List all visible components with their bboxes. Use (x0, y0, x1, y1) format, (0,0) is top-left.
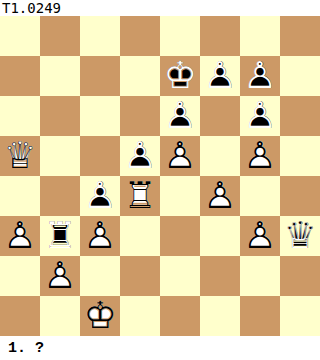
square-e4[interactable] (160, 176, 200, 216)
square-h6[interactable] (280, 96, 320, 136)
square-b7[interactable] (40, 56, 80, 96)
black-rook: ♖ (40, 216, 80, 256)
square-e3[interactable] (160, 216, 200, 256)
square-d1[interactable] (120, 296, 160, 336)
square-a4[interactable] (0, 176, 40, 216)
white-pawn: ♙ (40, 256, 80, 296)
square-f5[interactable] (200, 136, 240, 176)
square-f7[interactable]: ♟♙ (200, 56, 240, 96)
square-g8[interactable] (240, 16, 280, 56)
square-g6[interactable]: ♟♙ (240, 96, 280, 136)
square-a2[interactable] (0, 256, 40, 296)
square-b3[interactable]: ♜♖ (40, 216, 80, 256)
square-e5[interactable]: ♟♙ (160, 136, 200, 176)
white-pawn: ♙ (160, 136, 200, 176)
square-h8[interactable] (280, 16, 320, 56)
square-d3[interactable] (120, 216, 160, 256)
white-pawn: ♙ (240, 216, 280, 256)
black-pawn: ♙ (120, 136, 160, 176)
square-h7[interactable] (280, 56, 320, 96)
square-c5[interactable] (80, 136, 120, 176)
square-g1[interactable] (240, 296, 280, 336)
square-d7[interactable] (120, 56, 160, 96)
square-h2[interactable] (280, 256, 320, 296)
square-a8[interactable] (0, 16, 40, 56)
white-pawn: ♙ (240, 136, 280, 176)
square-g7[interactable]: ♟♙ (240, 56, 280, 96)
square-d8[interactable] (120, 16, 160, 56)
white-pawn: ♙ (200, 176, 240, 216)
black-pawn: ♙ (240, 96, 280, 136)
square-f8[interactable] (200, 16, 240, 56)
square-b5[interactable] (40, 136, 80, 176)
square-a7[interactable] (0, 56, 40, 96)
black-queen: ♕ (280, 216, 320, 256)
square-b8[interactable] (40, 16, 80, 56)
square-f3[interactable] (200, 216, 240, 256)
black-pawn: ♙ (160, 96, 200, 136)
square-b1[interactable] (40, 296, 80, 336)
square-e7[interactable]: ♚♔ (160, 56, 200, 96)
square-c2[interactable] (80, 256, 120, 296)
white-queen: ♕ (0, 136, 40, 176)
status-bar: 1. ? (0, 336, 320, 360)
square-a6[interactable] (0, 96, 40, 136)
black-pawn: ♙ (240, 56, 280, 96)
diagram-title-bar: T1.0249 (0, 0, 320, 16)
square-b6[interactable] (40, 96, 80, 136)
square-b2[interactable]: ♟♙ (40, 256, 80, 296)
square-h4[interactable] (280, 176, 320, 216)
square-a1[interactable] (0, 296, 40, 336)
chess-diagram-page: T1.0249 ♚♔♟♙♟♙♟♙♟♙♛♕♟♙♟♙♟♙♟♙♜♖♟♙♟♙♜♖♟♙♟♙… (0, 0, 320, 360)
square-g3[interactable]: ♟♙ (240, 216, 280, 256)
square-b4[interactable] (40, 176, 80, 216)
square-h3[interactable]: ♛♕ (280, 216, 320, 256)
square-f2[interactable] (200, 256, 240, 296)
white-king: ♔ (80, 296, 120, 336)
square-e8[interactable] (160, 16, 200, 56)
square-d4[interactable]: ♜♖ (120, 176, 160, 216)
square-c8[interactable] (80, 16, 120, 56)
chess-board: ♚♔♟♙♟♙♟♙♟♙♛♕♟♙♟♙♟♙♟♙♜♖♟♙♟♙♜♖♟♙♟♙♛♕♟♙♚♔ (0, 16, 320, 336)
square-f4[interactable]: ♟♙ (200, 176, 240, 216)
diagram-title: T1.0249 (2, 0, 61, 16)
black-king: ♔ (160, 56, 200, 96)
square-g4[interactable] (240, 176, 280, 216)
white-pawn: ♙ (0, 216, 40, 256)
black-pawn: ♙ (200, 56, 240, 96)
square-c6[interactable] (80, 96, 120, 136)
square-c3[interactable]: ♟♙ (80, 216, 120, 256)
square-a3[interactable]: ♟♙ (0, 216, 40, 256)
square-f1[interactable] (200, 296, 240, 336)
square-f6[interactable] (200, 96, 240, 136)
square-d2[interactable] (120, 256, 160, 296)
square-c1[interactable]: ♚♔ (80, 296, 120, 336)
square-e6[interactable]: ♟♙ (160, 96, 200, 136)
square-g2[interactable] (240, 256, 280, 296)
white-pawn: ♙ (80, 216, 120, 256)
square-e1[interactable] (160, 296, 200, 336)
white-rook: ♖ (120, 176, 160, 216)
square-e2[interactable] (160, 256, 200, 296)
square-c7[interactable] (80, 56, 120, 96)
black-pawn: ♙ (80, 176, 120, 216)
square-a5[interactable]: ♛♕ (0, 136, 40, 176)
square-c4[interactable]: ♟♙ (80, 176, 120, 216)
square-d6[interactable] (120, 96, 160, 136)
square-h5[interactable] (280, 136, 320, 176)
square-d5[interactable]: ♟♙ (120, 136, 160, 176)
square-h1[interactable] (280, 296, 320, 336)
square-g5[interactable]: ♟♙ (240, 136, 280, 176)
move-prompt: 1. ? (8, 340, 44, 357)
